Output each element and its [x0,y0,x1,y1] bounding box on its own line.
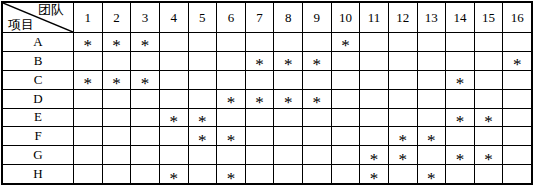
cell-C6 [217,71,245,89]
cell-C10 [332,71,360,89]
cell-A9 [303,33,331,51]
cell-B5 [189,52,217,70]
cell-C12 [389,71,417,89]
cell-G16 [503,146,531,164]
cell-B4 [160,52,188,70]
cell-C9 [303,71,331,89]
cell-D8: * [274,90,302,108]
col-header-16: 16 [503,3,531,32]
cell-B1 [74,52,102,70]
mark-asterisk: * [141,38,150,51]
cell-C13 [418,71,446,89]
mark-asterisk: * [284,57,293,70]
cell-C5 [189,71,217,89]
mark-asterisk: * [141,76,150,89]
cell-E5: * [189,109,217,127]
cell-H11: * [360,165,388,183]
cell-E14: * [446,109,474,127]
col-header-13: 13 [418,3,446,32]
cell-C8 [274,71,302,89]
cell-B16: * [503,52,531,70]
mark-asterisk: * [198,113,207,126]
mark-asterisk: * [255,94,264,107]
cell-C15 [475,71,503,89]
cell-G7 [246,146,274,164]
mark-asterisk: * [370,170,379,183]
cell-G4 [160,146,188,164]
cell-E16 [503,109,531,127]
cell-D14 [446,90,474,108]
cell-C16 [503,71,531,89]
cell-H8 [274,165,302,183]
cell-D15 [475,90,503,108]
cell-B10 [332,52,360,70]
cell-G6 [217,146,245,164]
cell-C3: * [131,71,159,89]
row-label-C: C [3,71,73,89]
cell-G12: * [389,146,417,164]
col-header-12: 12 [389,3,417,32]
cell-A12 [389,33,417,51]
cell-A4 [160,33,188,51]
mark-asterisk: * [456,76,465,89]
cell-D7: * [246,90,274,108]
row-label-G: G [3,146,73,164]
assignment-table: 团队 项目 12345678910111213141516A****B****C… [0,0,534,186]
cell-A8 [274,33,302,51]
cell-E3 [131,109,159,127]
cell-H12 [389,165,417,183]
cell-F16 [503,127,531,145]
corner-label-projects: 项目 [8,18,34,32]
corner-header-cell: 团队 项目 [3,3,73,32]
cell-A7 [246,33,274,51]
cell-D2 [103,90,131,108]
mark-asterisk: * [84,76,93,89]
cell-E13 [418,109,446,127]
cell-H10 [332,165,360,183]
cell-E6 [217,109,245,127]
cell-H2 [103,165,131,183]
cell-B12 [389,52,417,70]
row-label-A: A [3,33,73,51]
col-header-3: 3 [131,3,159,32]
mark-asterisk: * [227,132,236,145]
col-header-11: 11 [360,3,388,32]
mark-asterisk: * [84,38,93,51]
mark-asterisk: * [370,151,379,164]
col-header-15: 15 [475,3,503,32]
mark-asterisk: * [313,94,322,107]
cell-H5 [189,165,217,183]
cell-B11 [360,52,388,70]
col-header-8: 8 [274,3,302,32]
mark-asterisk: * [484,151,493,164]
mark-asterisk: * [284,94,293,107]
cell-B7: * [246,52,274,70]
cell-H14 [446,165,474,183]
cell-G13 [418,146,446,164]
cell-E2 [103,109,131,127]
cell-H16 [503,165,531,183]
mark-asterisk: * [313,57,322,70]
cell-F11 [360,127,388,145]
col-header-14: 14 [446,3,474,32]
cell-A16 [503,33,531,51]
cell-G5 [189,146,217,164]
mark-asterisk: * [341,38,350,51]
cell-F2 [103,127,131,145]
cell-F7 [246,127,274,145]
cell-A2: * [103,33,131,51]
cell-A15 [475,33,503,51]
cell-D10 [332,90,360,108]
cell-C4 [160,71,188,89]
col-header-4: 4 [160,3,188,32]
cell-G10 [332,146,360,164]
cell-E1 [74,109,102,127]
row-label-D: D [3,90,73,108]
col-header-10: 10 [332,3,360,32]
cell-D6: * [217,90,245,108]
cell-H1 [74,165,102,183]
cell-A5 [189,33,217,51]
cell-B13 [418,52,446,70]
cell-E12 [389,109,417,127]
mark-asterisk: * [513,57,522,70]
cell-G9 [303,146,331,164]
cell-B3 [131,52,159,70]
cell-H9 [303,165,331,183]
cell-E10 [332,109,360,127]
cell-F15 [475,127,503,145]
row-label-F: F [3,127,73,145]
cell-F8 [274,127,302,145]
mark-asterisk: * [112,38,121,51]
cell-F6: * [217,127,245,145]
col-header-1: 1 [74,3,102,32]
mark-asterisk: * [255,57,264,70]
mark-asterisk: * [484,113,493,126]
cell-E7 [246,109,274,127]
cell-H13: * [418,165,446,183]
cell-B15 [475,52,503,70]
cell-H6: * [217,165,245,183]
cell-F12: * [389,127,417,145]
cell-E11 [360,109,388,127]
mark-asterisk: * [198,132,207,145]
col-header-2: 2 [103,3,131,32]
cell-F3 [131,127,159,145]
cell-E9 [303,109,331,127]
cell-D16 [503,90,531,108]
cell-H4: * [160,165,188,183]
cell-B14 [446,52,474,70]
cell-F13: * [418,127,446,145]
row-label-E: E [3,109,73,127]
cell-E8 [274,109,302,127]
cell-C1: * [74,71,102,89]
cell-F1 [74,127,102,145]
row-label-B: B [3,52,73,70]
cell-G8 [274,146,302,164]
cell-G11: * [360,146,388,164]
cell-C2: * [103,71,131,89]
cell-G14: * [446,146,474,164]
mark-asterisk: * [398,151,407,164]
cell-D1 [74,90,102,108]
cell-E4: * [160,109,188,127]
cell-E15: * [475,109,503,127]
mark-asterisk: * [456,113,465,126]
mark-asterisk: * [456,151,465,164]
cell-A10: * [332,33,360,51]
mark-asterisk: * [427,170,436,183]
cell-G2 [103,146,131,164]
cell-C7 [246,71,274,89]
col-header-7: 7 [246,3,274,32]
cell-F4 [160,127,188,145]
cell-B8: * [274,52,302,70]
cell-A14 [446,33,474,51]
cell-G3 [131,146,159,164]
cell-C11 [360,71,388,89]
cell-D9: * [303,90,331,108]
assignment-grid: 团队 项目 12345678910111213141516A****B****C… [1,1,533,185]
cell-H7 [246,165,274,183]
cell-B6 [217,52,245,70]
cell-B9: * [303,52,331,70]
cell-D4 [160,90,188,108]
cell-B2 [103,52,131,70]
cell-C14: * [446,71,474,89]
cell-D11 [360,90,388,108]
mark-asterisk: * [427,132,436,145]
cell-H15 [475,165,503,183]
cell-F14 [446,127,474,145]
cell-A1: * [74,33,102,51]
cell-F5: * [189,127,217,145]
row-label-H: H [3,165,73,183]
cell-G15: * [475,146,503,164]
cell-F10 [332,127,360,145]
mark-asterisk: * [398,132,407,145]
mark-asterisk: * [112,76,121,89]
mark-asterisk: * [169,113,178,126]
col-header-6: 6 [217,3,245,32]
col-header-9: 9 [303,3,331,32]
cell-F9 [303,127,331,145]
cell-H3 [131,165,159,183]
cell-A11 [360,33,388,51]
cell-D12 [389,90,417,108]
cell-D3 [131,90,159,108]
col-header-5: 5 [189,3,217,32]
mark-asterisk: * [169,170,178,183]
cell-G1 [74,146,102,164]
cell-D13 [418,90,446,108]
mark-asterisk: * [227,94,236,107]
cell-A3: * [131,33,159,51]
cell-A6 [217,33,245,51]
cell-D5 [189,90,217,108]
corner-label-teams: 团队 [38,3,64,17]
mark-asterisk: * [227,170,236,183]
cell-A13 [418,33,446,51]
